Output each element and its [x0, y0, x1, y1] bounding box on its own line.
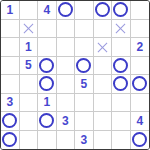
cell-r5c2[interactable] [20, 75, 39, 94]
cell-r8c3[interactable] [38, 131, 57, 150]
cell-r1c2[interactable] [20, 1, 39, 20]
cell-r8c4[interactable] [57, 131, 76, 150]
cell-r7c7[interactable] [112, 112, 131, 131]
mine-circle [113, 58, 128, 73]
cell-r5c3[interactable] [38, 75, 57, 94]
cell-r1c7[interactable] [112, 1, 131, 20]
clue-number: 3 [6, 96, 13, 108]
clue-number: 3 [80, 134, 87, 146]
clue-number: 4 [136, 115, 143, 127]
cell-r4c8[interactable] [131, 57, 150, 76]
cell-r2c7[interactable] [112, 20, 131, 39]
clue-number: 1 [25, 41, 32, 53]
mine-circle [39, 58, 54, 73]
mine-circle [58, 2, 73, 17]
mine-circle [76, 58, 91, 73]
cell-r8c1[interactable] [1, 131, 20, 150]
cell-r2c4[interactable] [57, 20, 76, 39]
mine-circle [39, 113, 54, 128]
cell-r6c1[interactable]: 3 [1, 94, 20, 113]
cell-r7c6[interactable] [94, 112, 113, 131]
cell-r2c3[interactable] [38, 20, 57, 39]
cell-r1c6[interactable] [94, 1, 113, 20]
cell-r1c4[interactable] [57, 1, 76, 20]
cell-r5c1[interactable] [1, 75, 20, 94]
cell-r7c5[interactable] [75, 112, 94, 131]
cell-r6c3[interactable]: 1 [38, 94, 57, 113]
cell-r1c1[interactable]: 1 [1, 1, 20, 20]
cell-r3c7[interactable] [112, 38, 131, 57]
puzzle-board: 14125531343 [0, 0, 150, 150]
clue-number: 5 [80, 78, 87, 90]
cell-r7c3[interactable] [38, 112, 57, 131]
cell-r3c6[interactable] [94, 38, 113, 57]
cell-r2c1[interactable] [1, 20, 20, 39]
cell-r3c4[interactable] [57, 38, 76, 57]
mine-circle [132, 76, 147, 91]
cell-r3c1[interactable] [1, 38, 20, 57]
cell-r3c3[interactable] [38, 38, 57, 57]
cell-r4c5[interactable] [75, 57, 94, 76]
cell-r2c8[interactable] [131, 20, 150, 39]
cell-r4c2[interactable]: 5 [20, 57, 39, 76]
cell-r2c6[interactable] [94, 20, 113, 39]
cell-r8c8[interactable] [131, 131, 150, 150]
clue-number: 3 [62, 115, 69, 127]
cell-r5c7[interactable] [112, 75, 131, 94]
clue-number: 2 [136, 41, 143, 53]
cell-r6c2[interactable] [20, 94, 39, 113]
clue-number: 1 [6, 4, 13, 16]
cell-r6c5[interactable] [75, 94, 94, 113]
cell-r6c6[interactable] [94, 94, 113, 113]
clue-number: 5 [25, 59, 32, 71]
cell-r7c8[interactable]: 4 [131, 112, 150, 131]
cell-r4c1[interactable] [1, 57, 20, 76]
cell-r5c6[interactable] [94, 75, 113, 94]
no-mine-x-icon [22, 22, 35, 35]
cell-r7c2[interactable] [20, 112, 39, 131]
cell-r6c7[interactable] [112, 94, 131, 113]
cell-r2c2[interactable] [20, 20, 39, 39]
cell-r3c5[interactable] [75, 38, 94, 57]
cell-r6c4[interactable] [57, 94, 76, 113]
mine-circle [39, 76, 54, 91]
cell-r8c6[interactable] [94, 131, 113, 150]
mine-circle [95, 2, 110, 17]
clue-number: 1 [43, 96, 50, 108]
cell-r4c6[interactable] [94, 57, 113, 76]
cell-r5c8[interactable] [131, 75, 150, 94]
cell-r1c3[interactable]: 4 [38, 1, 57, 20]
cell-r2c5[interactable] [75, 20, 94, 39]
cell-r4c7[interactable] [112, 57, 131, 76]
cell-r8c2[interactable] [20, 131, 39, 150]
clue-number: 4 [43, 4, 50, 16]
cell-r1c5[interactable] [75, 1, 94, 20]
cell-r1c8[interactable] [131, 1, 150, 20]
cell-r7c1[interactable] [1, 112, 20, 131]
cell-r8c7[interactable] [112, 131, 131, 150]
cell-r4c4[interactable] [57, 57, 76, 76]
cell-r5c5[interactable]: 5 [75, 75, 94, 94]
mine-circle [113, 76, 128, 91]
cell-r3c8[interactable]: 2 [131, 38, 150, 57]
cell-r7c4[interactable]: 3 [57, 112, 76, 131]
mine-circle [113, 2, 128, 17]
cell-r6c8[interactable] [131, 94, 150, 113]
cell-r5c4[interactable] [57, 75, 76, 94]
mine-circle [2, 113, 17, 128]
no-mine-x-icon [114, 22, 127, 35]
cell-r3c2[interactable]: 1 [20, 38, 39, 57]
no-mine-x-icon [96, 40, 109, 53]
mine-circle [2, 132, 17, 147]
cell-r8c5[interactable]: 3 [75, 131, 94, 150]
mine-circle [132, 132, 147, 147]
cell-r4c3[interactable] [38, 57, 57, 76]
